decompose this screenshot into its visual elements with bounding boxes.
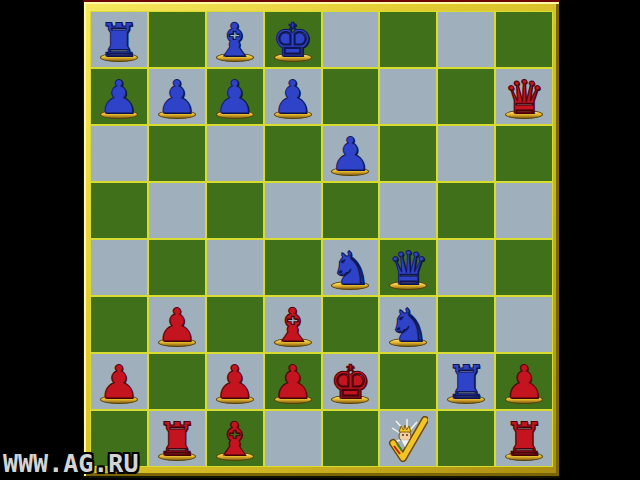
square-a7[interactable]: ♟ xyxy=(91,69,147,124)
piece-red-rook[interactable]: ♜ xyxy=(503,416,544,462)
square-a6[interactable] xyxy=(91,126,147,181)
square-g3[interactable] xyxy=(438,297,494,352)
square-f3[interactable]: ♞ xyxy=(380,297,436,352)
square-g8[interactable] xyxy=(438,12,494,67)
square-h2[interactable]: ♟ xyxy=(496,354,552,409)
square-b7[interactable]: ♟ xyxy=(149,69,205,124)
piece-blue-knight[interactable]: ♞ xyxy=(388,302,429,348)
square-b8[interactable] xyxy=(149,12,205,67)
piece-blue-pawn[interactable]: ♟ xyxy=(98,74,139,120)
square-b5[interactable] xyxy=(149,183,205,238)
square-e7[interactable] xyxy=(323,69,379,124)
chess-board: ♜♝♚♟♟♟♟♛♟♞♛♟♝♞♟♟♟♚♜♟♜♝ ♜ xyxy=(90,11,553,467)
piece-red-pawn[interactable]: ♟ xyxy=(156,302,197,348)
piece-blue-king[interactable]: ♚ xyxy=(272,17,313,63)
piece-red-bishop[interactable]: ♝ xyxy=(214,416,255,462)
square-b3[interactable]: ♟ xyxy=(149,297,205,352)
square-c3[interactable] xyxy=(207,297,263,352)
piece-blue-bishop[interactable]: ♝ xyxy=(214,17,255,63)
square-g5[interactable] xyxy=(438,183,494,238)
square-d6[interactable] xyxy=(265,126,321,181)
square-f6[interactable] xyxy=(380,126,436,181)
square-c1[interactable]: ♝ xyxy=(207,411,263,466)
square-a8[interactable]: ♜ xyxy=(91,12,147,67)
square-d2[interactable]: ♟ xyxy=(265,354,321,409)
square-c4[interactable] xyxy=(207,240,263,295)
square-f1[interactable] xyxy=(380,411,436,466)
square-h5[interactable] xyxy=(496,183,552,238)
square-e5[interactable] xyxy=(323,183,379,238)
square-c2[interactable]: ♟ xyxy=(207,354,263,409)
square-e8[interactable] xyxy=(323,12,379,67)
square-g4[interactable] xyxy=(438,240,494,295)
piece-red-pawn[interactable]: ♟ xyxy=(272,359,313,405)
piece-red-queen[interactable]: ♛ xyxy=(503,74,544,120)
square-g7[interactable] xyxy=(438,69,494,124)
square-h8[interactable] xyxy=(496,12,552,67)
game-screen: ♜♝♚♟♟♟♟♛♟♞♛♟♝♞♟♟♟♚♜♟♜♝ ♜ WWW.AG.RU xyxy=(0,0,640,480)
square-f8[interactable] xyxy=(380,12,436,67)
square-g6[interactable] xyxy=(438,126,494,181)
square-a5[interactable] xyxy=(91,183,147,238)
square-c8[interactable]: ♝ xyxy=(207,12,263,67)
square-d8[interactable]: ♚ xyxy=(265,12,321,67)
piece-blue-pawn[interactable]: ♟ xyxy=(156,74,197,120)
square-g1[interactable] xyxy=(438,411,494,466)
square-h6[interactable] xyxy=(496,126,552,181)
piece-blue-knight[interactable]: ♞ xyxy=(330,245,371,291)
piece-blue-rook[interactable]: ♜ xyxy=(446,359,487,405)
crowned-king-checkmark-icon xyxy=(388,416,428,462)
square-h3[interactable] xyxy=(496,297,552,352)
square-d4[interactable] xyxy=(265,240,321,295)
square-e6[interactable]: ♟ xyxy=(323,126,379,181)
square-f4[interactable]: ♛ xyxy=(380,240,436,295)
square-b4[interactable] xyxy=(149,240,205,295)
square-d3[interactable]: ♝ xyxy=(265,297,321,352)
piece-red-bishop[interactable]: ♝ xyxy=(272,302,313,348)
board-frame: ♜♝♚♟♟♟♟♛♟♞♛♟♝♞♟♟♟♚♜♟♜♝ ♜ xyxy=(83,0,560,478)
watermark-ag-ru: WWW.AG.RU xyxy=(3,449,138,478)
square-e3[interactable] xyxy=(323,297,379,352)
square-g2[interactable]: ♜ xyxy=(438,354,494,409)
square-f5[interactable] xyxy=(380,183,436,238)
piece-red-pawn[interactable]: ♟ xyxy=(98,359,139,405)
square-b2[interactable] xyxy=(149,354,205,409)
piece-red-pawn[interactable]: ♟ xyxy=(503,359,544,405)
square-b6[interactable] xyxy=(149,126,205,181)
square-a4[interactable] xyxy=(91,240,147,295)
square-e4[interactable]: ♞ xyxy=(323,240,379,295)
piece-blue-pawn[interactable]: ♟ xyxy=(214,74,255,120)
square-h7[interactable]: ♛ xyxy=(496,69,552,124)
piece-blue-pawn[interactable]: ♟ xyxy=(330,131,371,177)
piece-red-rook[interactable]: ♜ xyxy=(156,416,197,462)
piece-blue-pawn[interactable]: ♟ xyxy=(272,74,313,120)
square-h4[interactable] xyxy=(496,240,552,295)
square-c6[interactable] xyxy=(207,126,263,181)
square-f2[interactable] xyxy=(380,354,436,409)
piece-red-pawn[interactable]: ♟ xyxy=(214,359,255,405)
square-d1[interactable] xyxy=(265,411,321,466)
square-d7[interactable]: ♟ xyxy=(265,69,321,124)
square-h1[interactable]: ♜ xyxy=(496,411,552,466)
piece-red-king[interactable]: ♚ xyxy=(330,359,371,405)
square-f7[interactable] xyxy=(380,69,436,124)
square-c5[interactable] xyxy=(207,183,263,238)
square-b1[interactable]: ♜ xyxy=(149,411,205,466)
square-a2[interactable]: ♟ xyxy=(91,354,147,409)
piece-blue-rook[interactable]: ♜ xyxy=(98,17,139,63)
square-e1[interactable] xyxy=(323,411,379,466)
piece-blue-queen[interactable]: ♛ xyxy=(388,245,429,291)
square-e2[interactable]: ♚ xyxy=(323,354,379,409)
square-a3[interactable] xyxy=(91,297,147,352)
square-d5[interactable] xyxy=(265,183,321,238)
square-c7[interactable]: ♟ xyxy=(207,69,263,124)
